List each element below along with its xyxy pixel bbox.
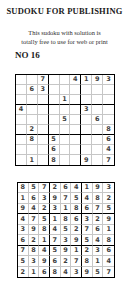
- puzzle-cell: 8: [27, 135, 38, 145]
- solution-cell: 9: [39, 256, 50, 266]
- solution-cell: 1: [71, 246, 82, 256]
- solution-cell: 3: [61, 235, 72, 245]
- puzzle-cell: 4: [70, 75, 81, 85]
- solution-cell: 7: [93, 204, 104, 214]
- solution-cell: 7: [103, 267, 114, 277]
- puzzle-cell: [38, 115, 49, 125]
- puzzle-cell: [70, 95, 81, 105]
- puzzle-cell: [49, 105, 60, 115]
- solution-cell: 1: [93, 256, 104, 266]
- subtitle: This sudoku with solution is totally fre…: [0, 28, 129, 46]
- solution-cell: 8: [93, 193, 104, 203]
- puzzle-cell: [70, 135, 81, 145]
- puzzle-cell: [16, 95, 27, 105]
- puzzle-cell: [38, 125, 49, 135]
- solution-cell: 6: [50, 256, 61, 266]
- solution-cell: 2: [50, 183, 61, 193]
- solution-cell: 3: [29, 256, 40, 266]
- solution-cell: 9: [93, 183, 104, 193]
- puzzle-cell: [27, 145, 38, 155]
- solution-cell: 4: [18, 214, 29, 224]
- solution-cell: 8: [39, 225, 50, 235]
- solution-cell: 3: [50, 204, 61, 214]
- solution-cell: 8: [29, 246, 40, 256]
- solution-cell: 2: [82, 246, 93, 256]
- puzzle-cell: 9: [92, 75, 103, 85]
- solution-cell: 3: [93, 246, 104, 256]
- solution-cell: 2: [39, 204, 50, 214]
- puzzle-cell: [16, 75, 27, 85]
- puzzle-cell: [81, 125, 92, 135]
- puzzle-cell: 3: [81, 105, 92, 115]
- puzzle-cell: [27, 105, 38, 115]
- puzzle-cell: [60, 105, 71, 115]
- solution-cell: 6: [93, 225, 104, 235]
- solution-cell: 4: [93, 235, 104, 245]
- puzzle-cell: [49, 75, 60, 85]
- solution-cell: 6: [82, 204, 93, 214]
- solution-cell: 1: [103, 225, 114, 235]
- solution-cell: 9: [29, 225, 40, 235]
- puzzle-cell: [38, 155, 49, 165]
- puzzle-cell: [70, 85, 81, 95]
- puzzle-cell: 5: [60, 115, 71, 125]
- solution-cell: 3: [103, 183, 114, 193]
- solution-cell: 9: [71, 235, 82, 245]
- solution-cell: 7: [71, 256, 82, 266]
- puzzle-number: NO 16: [15, 50, 40, 60]
- solution-cell: 5: [61, 225, 72, 235]
- puzzle-cell: [70, 125, 81, 135]
- solution-cell: 8: [50, 267, 61, 277]
- solution-cell: 5: [18, 256, 29, 266]
- solution-cell: 2: [103, 193, 114, 203]
- solution-cell: 4: [103, 256, 114, 266]
- sudoku-sheet: SUDOKU FOR PUBLISHING This sudoku with s…: [0, 0, 129, 300]
- solution-cell: 6: [29, 193, 40, 203]
- puzzle-cell: [103, 85, 114, 95]
- puzzle-cell: [38, 135, 49, 145]
- puzzle-cell: 8: [49, 155, 60, 165]
- puzzle-cell: 6: [49, 145, 60, 155]
- puzzle-cell: [27, 95, 38, 105]
- solution-cell: 8: [61, 214, 72, 224]
- puzzle-cell: 2: [27, 125, 38, 135]
- puzzle-cell: 6: [92, 115, 103, 125]
- puzzle-cell: [16, 115, 27, 125]
- solution-cell: 5: [50, 246, 61, 256]
- puzzle-cell: [92, 85, 103, 95]
- solution-cell: 2: [71, 225, 82, 235]
- puzzle-cell: [103, 95, 114, 105]
- puzzle-cell: 5: [49, 135, 60, 145]
- puzzle-cell: [49, 85, 60, 95]
- solution-cell: 1: [29, 267, 40, 277]
- solution-cell: 8: [18, 183, 29, 193]
- subtitle-line-2: totally free to use for web or print: [0, 37, 129, 46]
- solution-cell: 5: [82, 235, 93, 245]
- puzzle-cell: 8: [103, 125, 114, 135]
- solution-cell: 4: [39, 246, 50, 256]
- solution-cell: 3: [71, 267, 82, 277]
- puzzle-cell: [60, 125, 71, 135]
- puzzle-cell: [81, 85, 92, 95]
- solution-cell: 4: [29, 204, 40, 214]
- solution-cell: 6: [39, 267, 50, 277]
- puzzle-cell: 7: [38, 75, 49, 85]
- puzzle-cell: [49, 115, 60, 125]
- puzzle-cell: [27, 115, 38, 125]
- solution-cell: 6: [61, 183, 72, 193]
- puzzle-cell: 3: [38, 85, 49, 95]
- solution-cell: 4: [61, 267, 72, 277]
- solution-cell: 5: [29, 183, 40, 193]
- solution-cell: 3: [18, 225, 29, 235]
- solution-cell: 9: [82, 267, 93, 277]
- solution-cell: 6: [71, 214, 82, 224]
- puzzle-cell: [49, 125, 60, 135]
- solution-cell: 8: [71, 204, 82, 214]
- solution-cell: 9: [61, 246, 72, 256]
- solution-cell: 3: [39, 193, 50, 203]
- puzzle-cell: [70, 105, 81, 115]
- puzzle-cell: 1: [81, 75, 92, 85]
- puzzle-cell: [38, 95, 49, 105]
- puzzle-cell: 4: [16, 105, 27, 115]
- solution-cell: 2: [18, 267, 29, 277]
- solution-cell: 5: [103, 204, 114, 214]
- solution-cell: 1: [82, 183, 93, 193]
- solution-cell: 1: [61, 204, 72, 214]
- puzzle-cell: [16, 155, 27, 165]
- puzzle-cell: [70, 115, 81, 125]
- puzzle-grid: 74193631435628856641897: [15, 74, 115, 166]
- solution-cell: 7: [29, 214, 40, 224]
- puzzle-cell: [92, 145, 103, 155]
- puzzle-cell: [70, 145, 81, 155]
- solution-cell: 5: [93, 267, 104, 277]
- solution-cell: 2: [93, 214, 104, 224]
- solution-cell: 6: [18, 235, 29, 245]
- solution-cell: 1: [18, 193, 29, 203]
- puzzle-cell: 1: [60, 95, 71, 105]
- puzzle-cell: [103, 115, 114, 125]
- solution-cell: 7: [61, 193, 72, 203]
- puzzle-cell: [92, 125, 103, 135]
- solution-cell: 9: [103, 214, 114, 224]
- puzzle-cell: [81, 115, 92, 125]
- solution-cell: 1: [50, 214, 61, 224]
- solution-cell: 5: [39, 214, 50, 224]
- puzzle-cell: [92, 155, 103, 165]
- solution-cell: 7: [82, 225, 93, 235]
- puzzle-cell: [81, 135, 92, 145]
- puzzle-cell: [60, 85, 71, 95]
- puzzle-cell: 1: [27, 155, 38, 165]
- puzzle-cell: [38, 145, 49, 155]
- puzzle-cell: [27, 75, 38, 85]
- subtitle-line-1: This sudoku with solution is: [0, 28, 129, 37]
- solution-cell: 2: [29, 235, 40, 245]
- puzzle-cell: [70, 155, 81, 165]
- solution-cell: 3: [82, 214, 93, 224]
- puzzle-cell: [60, 145, 71, 155]
- solution-cell: 4: [71, 183, 82, 193]
- solution-cell: 9: [50, 193, 61, 203]
- puzzle-cell: 7: [103, 155, 114, 165]
- solution-cell: 7: [50, 235, 61, 245]
- solution-cell: 8: [103, 235, 114, 245]
- puzzle-cell: 9: [81, 155, 92, 165]
- puzzle-cell: [92, 105, 103, 115]
- solution-cell: 7: [18, 246, 29, 256]
- puzzle-cell: 6: [27, 85, 38, 95]
- puzzle-cell: [92, 95, 103, 105]
- solution-cell: 1: [39, 235, 50, 245]
- puzzle-cell: [60, 135, 71, 145]
- puzzle-cell: [92, 135, 103, 145]
- solution-cell: 9: [18, 204, 29, 214]
- puzzle-cell: 6: [103, 135, 114, 145]
- puzzle-cell: [60, 75, 71, 85]
- puzzle-cell: 4: [103, 145, 114, 155]
- puzzle-cell: [49, 95, 60, 105]
- puzzle-cell: [16, 135, 27, 145]
- solution-cell: 2: [61, 256, 72, 266]
- solution-cell: 7: [39, 183, 50, 193]
- solution-grid: 8572641931639754829423186754751863293984…: [17, 182, 115, 278]
- puzzle-cell: [103, 105, 114, 115]
- puzzle-cell: [38, 105, 49, 115]
- solution-cell: 4: [82, 193, 93, 203]
- puzzle-cell: [16, 145, 27, 155]
- puzzle-cell: [81, 95, 92, 105]
- puzzle-cell: [60, 155, 71, 165]
- solution-cell: 5: [71, 193, 82, 203]
- solution-cell: 6: [103, 246, 114, 256]
- puzzle-cell: [16, 85, 27, 95]
- page-title: SUDOKU FOR PUBLISHING: [0, 6, 129, 16]
- puzzle-cell: [81, 145, 92, 155]
- solution-cell: 8: [82, 256, 93, 266]
- puzzle-cell: [16, 125, 27, 135]
- puzzle-cell: 3: [103, 75, 114, 85]
- solution-cell: 4: [50, 225, 61, 235]
